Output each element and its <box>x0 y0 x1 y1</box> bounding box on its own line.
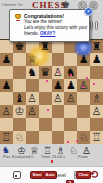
square-e5[interactable]: ♟ <box>52 79 65 92</box>
square-c3[interactable]: ♙ <box>26 105 39 118</box>
square-a6[interactable] <box>0 66 13 79</box>
piece[interactable]: ♟ <box>77 53 90 66</box>
selector-piece[interactable]: ♗ <box>54 144 67 157</box>
selector-piece[interactable]: ♕ <box>28 144 41 157</box>
square-h6[interactable] <box>90 66 103 79</box>
square-f1[interactable] <box>64 131 77 144</box>
piece[interactable]: ♙ <box>90 105 103 118</box>
pause-icon[interactable] <box>90 21 99 30</box>
piece[interactable]: ♙ <box>26 92 39 105</box>
piece[interactable]: ♖ <box>90 131 103 144</box>
piece[interactable]: ♙ <box>0 105 13 118</box>
piece[interactable]: ♗ <box>90 92 103 105</box>
square-a7[interactable]: ♟ <box>0 53 13 66</box>
chess-board: ♚♜♜♟♕♟♟♞♛♙♞♟♟♟♙♝♙♙♙♗♙♔♙♙♖♘♘♖ <box>0 40 103 144</box>
square-d6[interactable]: ♛ <box>39 66 52 79</box>
undo-icon[interactable]: ⟲ <box>87 167 99 182</box>
selector-piece[interactable]: ♔ <box>15 144 28 157</box>
square-e6[interactable]: ♙ <box>52 66 65 79</box>
square-g3[interactable] <box>77 105 90 118</box>
piece[interactable]: ♟ <box>64 79 77 92</box>
square-g4[interactable] <box>77 92 90 105</box>
piece[interactable]: ♞ <box>26 66 39 79</box>
trophy-icon <box>15 14 21 21</box>
square-g7[interactable]: ♟ <box>77 53 90 66</box>
square-g6[interactable] <box>77 66 90 79</box>
piece[interactable]: ♖ <box>0 131 13 144</box>
comment-icon[interactable] <box>13 171 21 179</box>
piece[interactable]: ♛ <box>39 66 52 79</box>
square-e3[interactable] <box>52 105 65 118</box>
square-f2[interactable] <box>64 118 77 131</box>
piece[interactable]: ♘ <box>77 131 90 144</box>
square-e2[interactable] <box>52 118 65 131</box>
square-f4[interactable]: ♙ <box>64 92 77 105</box>
piece[interactable]: ♕ <box>26 53 39 66</box>
chess-app-screen: Lifetime: 9s CHESS ♚ ↻ ⚙ × Congratulatio… <box>0 0 103 183</box>
square-h8[interactable]: ♜ <box>90 40 103 53</box>
square-d5[interactable] <box>39 79 52 92</box>
piece[interactable]: ♟ <box>52 79 65 92</box>
square-g5[interactable]: ♙ <box>77 79 90 92</box>
square-h5[interactable] <box>90 79 103 92</box>
square-c7[interactable]: ♕ <box>26 53 39 66</box>
square-b7[interactable] <box>13 53 26 66</box>
square-h7[interactable]: ♟ <box>90 53 103 66</box>
square-h4[interactable]: ♗ <box>90 92 103 105</box>
square-h3[interactable]: ♙ <box>90 105 103 118</box>
piece[interactable]: ♙ <box>64 92 77 105</box>
close-icon[interactable]: × <box>84 7 93 16</box>
piece[interactable]: ♙ <box>77 79 90 92</box>
square-b1[interactable]: ♘ <box>13 131 26 144</box>
level-value[interactable]: 2 <box>66 180 74 183</box>
square-c1[interactable] <box>26 131 39 144</box>
square-e7[interactable] <box>52 53 65 66</box>
piece[interactable]: ♝ <box>13 92 26 105</box>
square-d2[interactable] <box>39 118 52 131</box>
congratulations-dialog: × Congratulations! You are the winner! L… <box>9 9 90 42</box>
square-c6[interactable]: ♞ <box>26 66 39 79</box>
engine-knight-icon: ♞ <box>2 145 10 155</box>
start-button[interactable]: Start <box>30 171 44 179</box>
level-label: Level <box>55 173 66 178</box>
control-bar: Start Auto Level 2▾ Clear ⟲ <box>0 166 103 183</box>
square-h1[interactable]: ♖ <box>90 131 103 144</box>
selector-piece[interactable]: ♙ <box>80 144 93 157</box>
piece[interactable]: ♘ <box>13 131 26 144</box>
square-b2[interactable] <box>13 118 26 131</box>
square-g2[interactable] <box>77 118 90 131</box>
square-d7[interactable] <box>39 53 52 66</box>
piece[interactable]: ♙ <box>52 66 65 79</box>
okay-link[interactable]: OKAY? <box>40 31 55 36</box>
selector-piece[interactable]: ♘ <box>67 144 80 157</box>
square-e1[interactable] <box>52 131 65 144</box>
square-d4[interactable] <box>39 92 52 105</box>
square-b4[interactable]: ♝ <box>13 92 26 105</box>
piece[interactable]: ♙ <box>26 105 39 118</box>
square-b6[interactable] <box>13 66 26 79</box>
square-a5[interactable]: ♟ <box>0 79 13 92</box>
square-h2[interactable] <box>90 118 103 131</box>
square-f7[interactable] <box>64 53 77 66</box>
square-a4[interactable] <box>0 92 13 105</box>
piece[interactable]: ♜ <box>90 40 103 53</box>
square-c2[interactable] <box>26 118 39 131</box>
piece[interactable]: ♔ <box>13 105 26 118</box>
square-g1[interactable]: ♘ <box>77 131 90 144</box>
piece[interactable]: ♟ <box>90 53 103 66</box>
piece[interactable]: ♟ <box>0 53 13 66</box>
red-tick <box>51 160 53 163</box>
square-c4[interactable]: ♙ <box>26 92 39 105</box>
square-b5[interactable] <box>13 79 26 92</box>
square-a1[interactable]: ♖ <box>0 131 13 144</box>
selector-piece[interactable]: ♖ <box>41 144 54 157</box>
lifetime-status: Lifetime: 9s <box>2 2 22 7</box>
square-a3[interactable]: ♙ <box>0 105 13 118</box>
square-f6[interactable]: ♞ <box>64 66 77 79</box>
square-a2[interactable] <box>0 118 13 131</box>
square-c5[interactable] <box>26 79 39 92</box>
piece[interactable]: ♞ <box>64 66 77 79</box>
piece[interactable]: ♙ <box>52 92 65 105</box>
piece[interactable]: ♟ <box>0 79 13 92</box>
square-f3[interactable] <box>64 105 77 118</box>
piece-selector: ♔♕♖♗♘♙ <box>15 144 95 157</box>
square-d3[interactable] <box>39 105 52 118</box>
square-e4[interactable]: ♙ <box>52 92 65 105</box>
square-d1[interactable] <box>39 131 52 144</box>
dialog-share-text2: friends. <box>24 31 40 36</box>
square-f5[interactable]: ♟ <box>64 79 77 92</box>
square-b3[interactable]: ♔ <box>13 105 26 118</box>
